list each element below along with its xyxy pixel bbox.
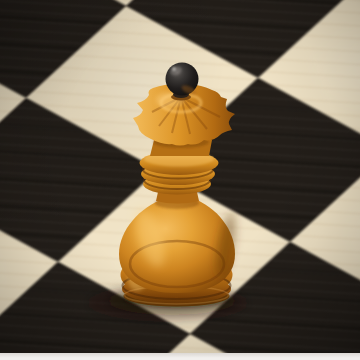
chess-product-photo[interactable]: [0, 0, 360, 360]
queen-body: [119, 192, 239, 293]
photo-bottom-edge-strip: [0, 353, 360, 360]
queen-piece[interactable]: [0, 0, 360, 360]
